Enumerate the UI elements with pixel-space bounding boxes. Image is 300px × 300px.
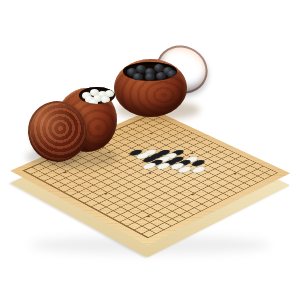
hoshi-point — [149, 132, 153, 134]
board-floor-shadow — [30, 236, 270, 254]
white-stone: ● — [175, 164, 196, 174]
white-stone: ● — [168, 161, 189, 171]
black-stone: ● — [147, 151, 168, 161]
white-stone: ● — [189, 164, 210, 174]
hoshi-point — [191, 193, 195, 195]
black-stone: ● — [147, 157, 168, 167]
white-stone — [101, 96, 110, 103]
white-stone — [89, 99, 98, 104]
black-stone: ● — [161, 157, 182, 167]
hoshi-point — [148, 172, 152, 174]
hoshi-point — [104, 192, 108, 194]
black-stone: ● — [154, 147, 175, 157]
black-stone: ● — [175, 157, 196, 167]
black-stone: ● — [189, 158, 210, 168]
black-stone: ● — [168, 148, 189, 158]
hoshi-point — [190, 152, 194, 154]
white-stone: ● — [182, 154, 203, 164]
white-stone: ● — [140, 147, 161, 157]
white-stone: ● — [154, 154, 175, 164]
black-stone — [145, 73, 155, 81]
black-stone — [156, 72, 166, 80]
white-stone: ● — [161, 151, 182, 161]
hoshi-point — [146, 215, 150, 217]
white-stone: ● — [140, 161, 161, 171]
white-stones-heap — [79, 87, 115, 104]
black-stones-heap — [123, 62, 177, 81]
white-stone: ● — [133, 151, 154, 161]
go-set-photo: ●●●●●●●●●●●●●●●●●●●● — [0, 0, 300, 300]
black-stone: ● — [168, 154, 189, 164]
white-stone: ● — [154, 161, 175, 171]
black-stone: ● — [140, 154, 161, 164]
hoshi-point — [63, 171, 67, 173]
hoshi-point — [233, 172, 237, 174]
black-stone: ● — [126, 147, 147, 157]
